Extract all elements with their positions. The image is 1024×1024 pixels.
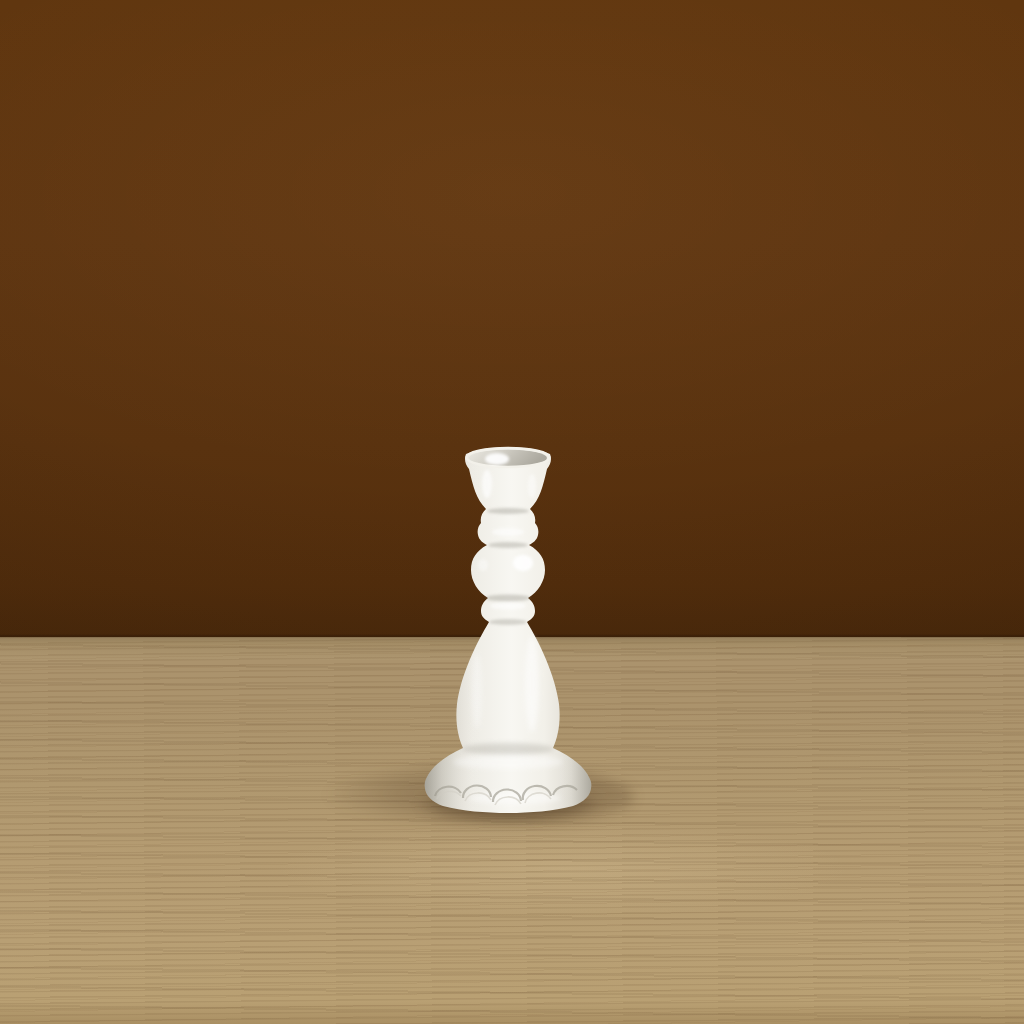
photo-scene [0, 0, 1024, 1024]
candlestick-shading [425, 447, 592, 813]
ceramic-candlestick [415, 446, 600, 816]
